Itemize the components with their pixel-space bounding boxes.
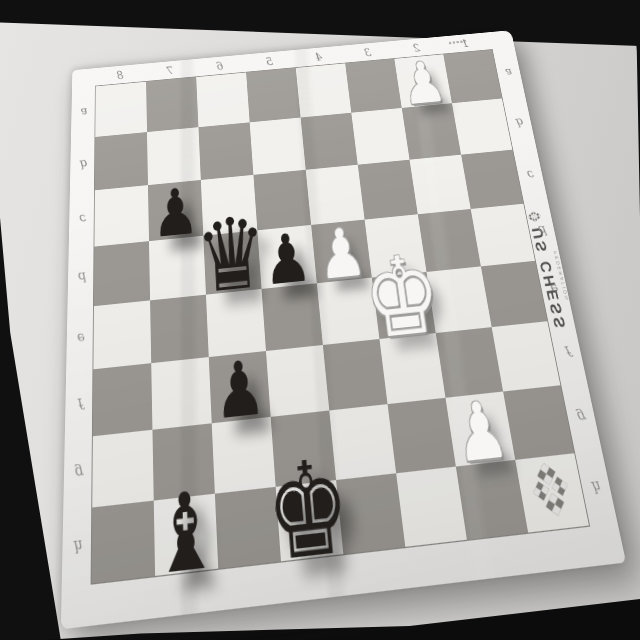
square-g3[interactable] [388, 398, 456, 473]
white-pawn-g2[interactable]: ♟ [449, 391, 513, 475]
square-a6[interactable] [196, 73, 249, 128]
file-label-left-h: h [73, 538, 82, 556]
square-a3[interactable] [345, 59, 402, 113]
square-c8[interactable] [94, 185, 149, 246]
square-b6[interactable] [198, 122, 253, 180]
square-b1[interactable] [452, 98, 512, 154]
square-b4[interactable] [301, 113, 358, 170]
rank-label-1: 1 [462, 38, 471, 49]
rank-label-8: 8 [117, 69, 124, 80]
square-a8[interactable] [95, 82, 147, 137]
file-label-right-a: a [504, 67, 513, 78]
black-bishop-h7[interactable]: ♝ [151, 475, 222, 591]
square-d6[interactable]: ♛ [203, 230, 261, 294]
square-h5[interactable]: ♚ [276, 480, 344, 561]
square-f5[interactable] [266, 345, 329, 417]
file-label-left-g: g [74, 465, 83, 482]
square-c2[interactable] [410, 155, 471, 215]
square-b5[interactable] [250, 118, 306, 175]
file-label-right-c: c [526, 169, 535, 181]
file-label-right-g: g [575, 409, 586, 425]
file-label-left-c: c [79, 213, 86, 226]
rank-label-7: 7 [167, 65, 174, 76]
square-d8[interactable] [94, 241, 150, 306]
square-h8[interactable] [92, 501, 156, 584]
black-king-h5[interactable]: ♚ [263, 442, 356, 582]
file-label-right-h: h [590, 479, 602, 496]
black-pawn-c7[interactable]: ♟ [151, 180, 200, 249]
rank-label-5: 5 [266, 56, 274, 67]
square-a4[interactable] [296, 63, 352, 117]
board-play-area[interactable]: ♟♟♛♟♟♚♟♟♝♚ [92, 50, 589, 584]
square-f8[interactable] [93, 363, 153, 436]
square-c1[interactable] [461, 150, 523, 209]
square-d5[interactable]: ♟ [257, 225, 316, 289]
square-a7[interactable] [146, 77, 198, 132]
square-e8[interactable] [93, 300, 151, 369]
white-pawn-a2[interactable]: ♟ [397, 54, 449, 114]
square-b8[interactable] [95, 132, 148, 190]
black-pawn-f6[interactable]: ♟ [212, 351, 267, 432]
uschess-logo-corner-icon [526, 459, 577, 527]
rank-label-3: 3 [364, 47, 372, 58]
square-b3[interactable] [351, 108, 409, 165]
square-g1[interactable] [503, 385, 574, 460]
file-label-left-f: f [77, 396, 82, 411]
file-label-left-a: a [80, 107, 87, 119]
square-g8[interactable] [92, 430, 154, 508]
square-f6[interactable]: ♟ [209, 351, 271, 423]
file-label-right-b: b [514, 117, 523, 129]
square-c3[interactable] [358, 160, 418, 220]
uschess-logo-small-icon [526, 209, 547, 223]
square-h3[interactable] [396, 467, 467, 547]
rank-label-6: 6 [217, 60, 225, 71]
file-label-left-e: e [76, 331, 84, 346]
black-pawn-d5[interactable]: ♟ [261, 224, 314, 296]
square-a1[interactable] [443, 50, 502, 103]
square-a5[interactable] [246, 68, 301, 122]
rank-label-4: 4 [315, 51, 323, 62]
square-f7[interactable] [151, 357, 212, 430]
black-queen-d6[interactable]: ♛ [194, 204, 270, 310]
square-a2[interactable]: ♟ [394, 54, 452, 108]
uschess-diamond-logo-icon [526, 210, 543, 223]
square-e3[interactable]: ♚ [372, 272, 436, 339]
square-h1[interactable] [515, 453, 589, 532]
square-h7[interactable]: ♝ [154, 494, 219, 576]
file-label-left-b: b [79, 158, 87, 170]
file-label-left-d: d [77, 270, 85, 284]
